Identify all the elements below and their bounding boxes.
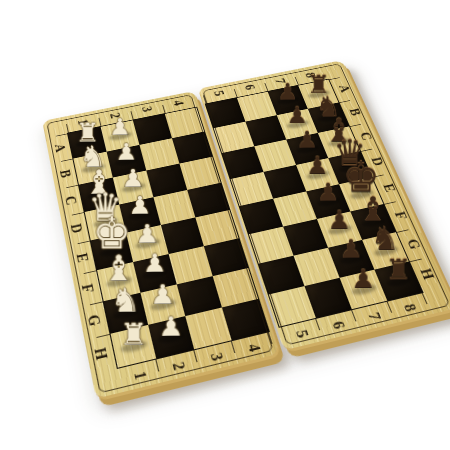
number-label-text: 3 (139, 105, 154, 113)
number-label-text: 8 (303, 71, 318, 78)
number-label-text: 5 (211, 89, 226, 97)
number-label-text: 1 (75, 118, 90, 126)
square-H5[interactable] (269, 286, 316, 327)
letter-label-text: G (85, 313, 103, 328)
chess-board: 12341234ABCDEFGH 56785678ABCDEFGH ♜♞♝♛♚♝… (42, 60, 450, 398)
letter-label-text: B (346, 107, 362, 117)
number-label-text: 6 (242, 83, 257, 91)
number-label-text: 7 (365, 311, 383, 322)
square-G5[interactable] (259, 256, 305, 295)
letter-label-text: F (79, 283, 96, 295)
letter-label-text: E (73, 252, 90, 264)
letter-label-text: C (357, 131, 374, 142)
square-F4[interactable] (204, 238, 248, 276)
letter-label-text: A (51, 143, 67, 154)
number-label-text: 7 (272, 77, 287, 84)
number-label-text: 2 (107, 111, 122, 119)
number-label-text: 8 (400, 302, 418, 313)
number-label-text: 6 (329, 319, 347, 330)
number-label-text: 1 (131, 369, 149, 381)
letter-label-text: C (62, 195, 79, 207)
number-label-text: 3 (207, 351, 225, 362)
square-F5[interactable] (249, 227, 294, 264)
number-label-text: 4 (245, 342, 263, 353)
black-pawn-H7[interactable]: ♟ (339, 238, 386, 293)
white-rook-H1[interactable]: ♜ (108, 293, 157, 350)
number-label-text: 2 (169, 360, 187, 371)
letter-label-text: A (336, 84, 352, 94)
square-E4[interactable] (195, 210, 238, 246)
letter-label-text: B (57, 169, 73, 180)
letter-label-text: D (67, 223, 84, 235)
square-G4[interactable] (213, 268, 258, 307)
square-H4[interactable] (222, 299, 269, 340)
number-label-text: 4 (171, 99, 186, 107)
letter-label-text: H (92, 346, 111, 361)
page-background: 12341234ABCDEFGH 56785678ABCDEFGH ♜♞♝♛♚♝… (0, 0, 450, 450)
square-D4[interactable] (187, 183, 229, 218)
letter-label-text: D (368, 156, 385, 167)
number-label-text: 5 (293, 328, 311, 339)
